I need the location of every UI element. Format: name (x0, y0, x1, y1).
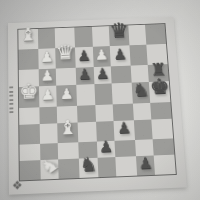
square-a7[interactable] (19, 49, 39, 70)
square-c1[interactable] (58, 159, 79, 179)
black-king-h5[interactable]: ♚ (149, 76, 170, 98)
square-g7[interactable] (129, 45, 148, 66)
white-bishop-c3[interactable]: ♝ (58, 117, 77, 137)
white-pawn-b6[interactable]: ♟ (40, 68, 54, 83)
black-knight-d1[interactable]: ♞ (79, 154, 97, 174)
square-f5[interactable] (112, 83, 133, 105)
board-maker-crest-icon: ❖ (10, 177, 25, 194)
square-a8[interactable]: ♝ (18, 29, 38, 50)
square-c7[interactable]: ♛ (55, 47, 75, 68)
vinyl-board-sheet: ♝♛♟♛♟♟♟♟♟♟♜♚♟♟♞♚♝♟♟♞♞♟ ❖ (8, 17, 187, 195)
white-pawn-e7[interactable]: ♟ (94, 47, 108, 62)
square-f7[interactable]: ♟ (110, 45, 131, 66)
black-pawn-e6[interactable]: ♟ (95, 66, 109, 81)
square-a2[interactable] (19, 143, 40, 161)
white-pawn-b5[interactable]: ♟ (41, 87, 55, 102)
brand-text-illegible (9, 86, 13, 114)
black-queen-f8[interactable]: ♛ (109, 20, 129, 41)
square-f1[interactable] (115, 156, 136, 176)
square-d4[interactable] (77, 105, 96, 122)
square-g1[interactable]: ♟ (136, 155, 156, 175)
square-f8[interactable]: ♛ (109, 25, 129, 46)
white-bishop-a8[interactable]: ♝ (19, 25, 37, 44)
square-g8[interactable] (128, 25, 147, 46)
square-b3[interactable] (39, 123, 58, 144)
square-h8[interactable] (145, 24, 166, 45)
square-h4[interactable] (151, 102, 172, 119)
square-h1[interactable] (154, 155, 176, 175)
square-g3[interactable] (134, 119, 153, 139)
square-e5[interactable] (94, 83, 113, 105)
square-f2[interactable] (115, 140, 136, 158)
square-a5[interactable]: ♚ (19, 86, 39, 108)
white-king-a5[interactable]: ♚ (19, 81, 39, 103)
black-pawn-d6[interactable]: ♟ (78, 67, 92, 82)
black-pawn-g1[interactable]: ♟ (138, 156, 153, 172)
square-a3[interactable] (19, 124, 39, 145)
square-g4[interactable] (133, 103, 152, 120)
square-d3[interactable] (77, 121, 96, 142)
square-h3[interactable] (152, 118, 173, 139)
square-d1[interactable]: ♞ (79, 158, 98, 178)
square-e4[interactable] (95, 104, 114, 121)
square-g5[interactable]: ♞ (131, 82, 150, 104)
square-b1[interactable]: ♞ (40, 159, 59, 179)
square-f6[interactable] (111, 66, 132, 84)
black-pawn-e2[interactable]: ♟ (98, 139, 113, 155)
square-b8[interactable] (38, 28, 56, 49)
chess-board[interactable]: ♝♛♟♛♟♟♟♟♟♟♜♚♟♟♞♚♝♟♟♞♞♟ (17, 23, 176, 181)
square-h2[interactable] (153, 138, 174, 156)
square-a4[interactable] (19, 107, 39, 124)
square-d6[interactable]: ♟ (76, 67, 94, 85)
square-e1[interactable] (97, 157, 116, 177)
black-pawn-f3[interactable]: ♟ (117, 120, 132, 136)
square-h5[interactable]: ♚ (149, 81, 170, 103)
black-pawn-d7[interactable]: ♟ (77, 48, 91, 63)
white-pawn-b7[interactable]: ♟ (40, 50, 54, 65)
square-b5[interactable]: ♟ (39, 86, 57, 108)
square-e2[interactable]: ♟ (96, 140, 115, 157)
square-b4[interactable] (39, 107, 57, 124)
square-d8[interactable] (74, 27, 92, 48)
black-pawn-f7[interactable]: ♟ (113, 47, 127, 62)
square-c6[interactable] (56, 68, 76, 86)
square-c5[interactable]: ♟ (56, 85, 76, 107)
black-knight-g5[interactable]: ♞ (132, 80, 150, 99)
square-d5[interactable] (76, 84, 95, 106)
photo-background: ♝♛♟♛♟♟♟♟♟♟♜♚♟♟♞♚♝♟♟♞♞♟ ❖ (0, 0, 200, 200)
square-e6[interactable]: ♟ (93, 66, 112, 84)
white-pawn-c5[interactable]: ♟ (59, 86, 73, 101)
white-queen-c7[interactable]: ♛ (55, 42, 75, 63)
square-f3[interactable]: ♟ (114, 120, 135, 141)
square-c3[interactable]: ♝ (57, 122, 78, 143)
square-c2[interactable] (58, 142, 79, 160)
square-e8[interactable] (92, 26, 110, 47)
square-b6[interactable]: ♟ (38, 69, 56, 87)
